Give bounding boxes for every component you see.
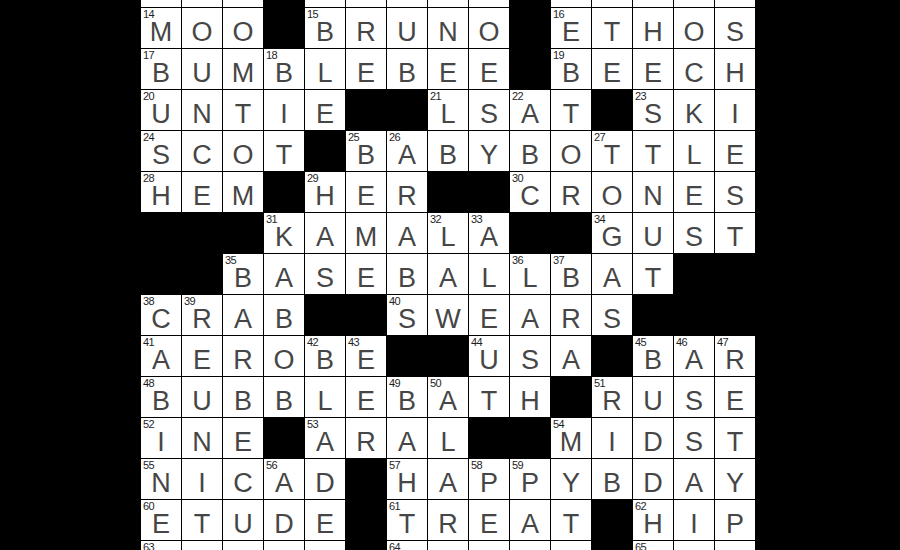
cell-r8c11[interactable]: 37B xyxy=(551,254,591,294)
cell-r9c11[interactable]: R xyxy=(551,295,591,335)
fill-letter: L xyxy=(305,388,345,415)
cell-r11c8[interactable]: 50A xyxy=(428,377,468,417)
cell-r13c1[interactable]: 55N xyxy=(141,459,181,499)
cell-r11c12[interactable]: 51R xyxy=(592,377,632,417)
cell-r2c15[interactable]: S xyxy=(715,8,755,48)
cell-r4c1[interactable]: 20U xyxy=(141,90,181,130)
fill-letter: B xyxy=(264,306,304,333)
cell-r11c5[interactable]: L xyxy=(305,377,345,417)
fill-letter: C xyxy=(223,470,263,497)
cell-r4c14[interactable]: K xyxy=(674,90,714,130)
cell-r5c6[interactable]: 25B xyxy=(346,131,386,171)
fill-letter: N xyxy=(182,429,222,456)
cell-r6c5[interactable]: 29H xyxy=(305,172,345,212)
fill-letter: A xyxy=(469,224,509,251)
black-cell-r14c12 xyxy=(592,500,632,540)
fill-letter: T xyxy=(715,429,755,456)
cell-r12c11[interactable]: 54M xyxy=(551,418,591,458)
fill-letter: T xyxy=(551,511,591,538)
cell-r8c12[interactable]: A xyxy=(592,254,632,294)
fill-letter: M xyxy=(346,224,386,251)
fill-letter: M xyxy=(223,183,263,210)
black-cell-r5c5 xyxy=(305,131,345,171)
cell-r3c14[interactable]: C xyxy=(674,49,714,89)
cell-r9c7[interactable]: 40S xyxy=(387,295,427,335)
fill-letter: A xyxy=(674,470,714,497)
fill-letter: B xyxy=(264,60,304,87)
cell-r5c9[interactable]: Y xyxy=(469,131,509,171)
fill-letter: B xyxy=(510,142,550,169)
cell-r3c11[interactable]: 19B xyxy=(551,49,591,89)
fill-letter: P xyxy=(469,470,509,497)
cell-r7c5[interactable]: A xyxy=(305,213,345,253)
cell-r9c8[interactable]: W xyxy=(428,295,468,335)
black-cell-r6c9 xyxy=(469,172,509,212)
cell-r14c14[interactable]: I xyxy=(674,500,714,540)
cell-r7c7[interactable]: A xyxy=(387,213,427,253)
fill-letter: E xyxy=(305,511,345,538)
cell-r9c9[interactable]: E xyxy=(469,295,509,335)
cell-r6c14[interactable]: E xyxy=(674,172,714,212)
fill-letter: A xyxy=(428,470,468,497)
cell-r1c14[interactable] xyxy=(674,0,714,7)
cell-r9c10[interactable]: A xyxy=(510,295,550,335)
cell-r4c5[interactable]: E xyxy=(305,90,345,130)
cell-r14c7[interactable]: 61T xyxy=(387,500,427,540)
cell-r14c2[interactable]: T xyxy=(182,500,222,540)
fill-letter: T xyxy=(469,388,509,415)
cell-r6c15[interactable]: S xyxy=(715,172,755,212)
fill-letter: B xyxy=(223,265,263,292)
cell-r2c13[interactable]: H xyxy=(633,8,673,48)
fill-letter: B xyxy=(551,60,591,87)
black-cell-r8c14 xyxy=(674,254,714,294)
cell-r9c1[interactable]: 38C xyxy=(141,295,181,335)
cell-r11c14[interactable]: S xyxy=(674,377,714,417)
fill-letter: R xyxy=(346,19,386,46)
cell-r5c1[interactable]: 24S xyxy=(141,131,181,171)
cell-r13c9[interactable]: 58P xyxy=(469,459,509,499)
fill-letter: L xyxy=(428,429,468,456)
cell-r15c7[interactable]: 64 xyxy=(387,541,427,550)
fill-letter: S xyxy=(592,306,632,333)
cell-r2c9[interactable]: O xyxy=(469,8,509,48)
cell-r15c8[interactable] xyxy=(428,541,468,550)
cell-r13c5[interactable]: D xyxy=(305,459,345,499)
cell-r13c12[interactable]: B xyxy=(592,459,632,499)
black-cell-r10c7 xyxy=(387,336,427,376)
cell-r14c8[interactable]: R xyxy=(428,500,468,540)
fill-letter: A xyxy=(592,265,632,292)
cell-r15c10[interactable] xyxy=(510,541,550,550)
cell-r6c10[interactable]: 30C xyxy=(510,172,550,212)
cell-r12c15[interactable]: T xyxy=(715,418,755,458)
fill-letter: E xyxy=(551,19,591,46)
cell-r3c7[interactable]: B xyxy=(387,49,427,89)
fill-letter: E xyxy=(715,388,755,415)
cell-r8c6[interactable]: E xyxy=(346,254,386,294)
cell-r7c4[interactable]: 31K xyxy=(264,213,304,253)
cell-r2c12[interactable]: T xyxy=(592,8,632,48)
cell-r12c8[interactable]: L xyxy=(428,418,468,458)
cell-r11c2[interactable]: U xyxy=(182,377,222,417)
cell-r6c1[interactable]: 28H xyxy=(141,172,181,212)
cell-r11c1[interactable]: 48B xyxy=(141,377,181,417)
cell-r13c11[interactable]: Y xyxy=(551,459,591,499)
cell-r7c13[interactable]: U xyxy=(633,213,673,253)
cell-r15c13[interactable]: 65 xyxy=(633,541,673,550)
cell-r6c6[interactable]: E xyxy=(346,172,386,212)
cell-r4c3[interactable]: T xyxy=(223,90,263,130)
cell-r5c12[interactable]: 27T xyxy=(592,131,632,171)
fill-letter: R xyxy=(387,183,427,210)
fill-letter: E xyxy=(469,511,509,538)
fill-letter: C xyxy=(182,142,222,169)
cell-r4c15[interactable]: I xyxy=(715,90,755,130)
fill-letter: U xyxy=(223,511,263,538)
black-cell-r7c3 xyxy=(223,213,263,253)
cell-r9c4[interactable]: B xyxy=(264,295,304,335)
cell-r1c7[interactable] xyxy=(387,0,427,7)
cell-r5c11[interactable]: O xyxy=(551,131,591,171)
cell-r6c3[interactable]: M xyxy=(223,172,263,212)
cell-r12c3[interactable]: E xyxy=(223,418,263,458)
fill-letter: B xyxy=(387,265,427,292)
black-cell-r12c10 xyxy=(510,418,550,458)
fill-letter: C xyxy=(510,183,550,210)
cell-r7c8[interactable]: 32L xyxy=(428,213,468,253)
fill-letter: K xyxy=(674,101,714,128)
fill-letter: K xyxy=(264,224,304,251)
cell-r12c12[interactable]: I xyxy=(592,418,632,458)
fill-letter: E xyxy=(715,142,755,169)
cell-r3c15[interactable]: H xyxy=(715,49,755,89)
fill-letter: S xyxy=(674,388,714,415)
cell-r3c3[interactable]: M xyxy=(223,49,263,89)
fill-letter: I xyxy=(264,101,304,128)
black-cell-r4c12 xyxy=(592,90,632,130)
cell-r3c13[interactable]: E xyxy=(633,49,673,89)
cell-r14c1[interactable]: 60E xyxy=(141,500,181,540)
cell-r5c7[interactable]: 26A xyxy=(387,131,427,171)
fill-letter: W xyxy=(428,306,468,333)
cell-r15c11[interactable] xyxy=(551,541,591,550)
cell-r10c15[interactable]: 47R xyxy=(715,336,755,376)
cell-r3c2[interactable]: U xyxy=(182,49,222,89)
cell-r12c2[interactable]: N xyxy=(182,418,222,458)
cell-r15c4[interactable] xyxy=(264,541,304,550)
fill-letter: A xyxy=(387,429,427,456)
cell-r4c4[interactable]: I xyxy=(264,90,304,130)
fill-letter: S xyxy=(469,101,509,128)
cell-r2c6[interactable]: R xyxy=(346,8,386,48)
cell-r7c6[interactable]: M xyxy=(346,213,386,253)
fill-letter: L xyxy=(510,265,550,292)
black-cell-r9c5 xyxy=(305,295,345,335)
black-cell-r7c10 xyxy=(510,213,550,253)
fill-letter: A xyxy=(141,347,181,374)
cell-r15c1[interactable]: 63 xyxy=(141,541,181,550)
cell-r7c12[interactable]: 34G xyxy=(592,213,632,253)
cell-r10c11[interactable]: A xyxy=(551,336,591,376)
cell-r1c2[interactable] xyxy=(182,0,222,7)
cell-r12c5[interactable]: 53A xyxy=(305,418,345,458)
fill-letter: N xyxy=(633,183,673,210)
fill-letter: A xyxy=(551,347,591,374)
black-cell-r9c13 xyxy=(633,295,673,335)
fill-letter: E xyxy=(346,388,386,415)
cell-r6c7[interactable]: R xyxy=(387,172,427,212)
cell-r3c6[interactable]: E xyxy=(346,49,386,89)
cell-r10c9[interactable]: 44U xyxy=(469,336,509,376)
fill-letter: U xyxy=(387,19,427,46)
fill-letter: A xyxy=(510,101,550,128)
cell-r14c15[interactable]: P xyxy=(715,500,755,540)
fill-letter: P xyxy=(715,511,755,538)
cell-r10c3[interactable]: R xyxy=(223,336,263,376)
cell-r1c13[interactable] xyxy=(633,0,673,7)
cell-r3c4[interactable]: 18B xyxy=(264,49,304,89)
fill-letter: R xyxy=(551,183,591,210)
fill-letter: S xyxy=(674,429,714,456)
fill-letter: C xyxy=(674,60,714,87)
cell-r12c6[interactable]: R xyxy=(346,418,386,458)
cell-r11c15[interactable]: E xyxy=(715,377,755,417)
cell-r7c15[interactable]: T xyxy=(715,213,755,253)
cell-r3c8[interactable]: E xyxy=(428,49,468,89)
cell-r13c14[interactable]: A xyxy=(674,459,714,499)
fill-letter: E xyxy=(469,306,509,333)
cell-r5c15[interactable]: E xyxy=(715,131,755,171)
fill-letter: L xyxy=(305,60,345,87)
fill-letter: T xyxy=(633,265,673,292)
fill-letter: O xyxy=(674,19,714,46)
cell-r2c2[interactable]: O xyxy=(182,8,222,48)
fill-letter: D xyxy=(633,470,673,497)
cell-r15c14[interactable] xyxy=(674,541,714,550)
fill-letter: S xyxy=(715,183,755,210)
cell-r10c2[interactable]: E xyxy=(182,336,222,376)
cell-r1c1[interactable] xyxy=(141,0,181,7)
fill-letter: E xyxy=(428,60,468,87)
fill-letter: E xyxy=(346,183,386,210)
cell-r14c10[interactable]: A xyxy=(510,500,550,540)
cell-r14c4[interactable]: D xyxy=(264,500,304,540)
fill-letter: U xyxy=(182,388,222,415)
cell-r1c15[interactable] xyxy=(715,0,755,7)
black-cell-r10c12 xyxy=(592,336,632,376)
cell-r9c2[interactable]: 39R xyxy=(182,295,222,335)
cell-r4c9[interactable]: S xyxy=(469,90,509,130)
cell-r1c12[interactable] xyxy=(592,0,632,7)
fill-letter: L xyxy=(428,224,468,251)
cell-r1c8[interactable] xyxy=(428,0,468,7)
fill-letter: A xyxy=(223,306,263,333)
fill-letter: M xyxy=(141,19,181,46)
cell-r13c15[interactable]: Y xyxy=(715,459,755,499)
cell-r5c4[interactable]: T xyxy=(264,131,304,171)
fill-letter: I xyxy=(182,470,222,497)
fill-letter: S xyxy=(141,142,181,169)
fill-letter: A xyxy=(428,265,468,292)
cell-r9c12[interactable]: S xyxy=(592,295,632,335)
cell-r1c5[interactable] xyxy=(305,0,345,7)
fill-letter: N xyxy=(141,470,181,497)
fill-letter: A xyxy=(510,511,550,538)
cell-r8c7[interactable]: B xyxy=(387,254,427,294)
black-cell-r7c2 xyxy=(182,213,222,253)
fill-letter: B xyxy=(223,388,263,415)
cell-r2c1[interactable]: 14M xyxy=(141,8,181,48)
cell-r3c5[interactable]: L xyxy=(305,49,345,89)
cell-r2c3[interactable]: O xyxy=(223,8,263,48)
cell-r11c4[interactable]: B xyxy=(264,377,304,417)
cell-r10c14[interactable]: 46A xyxy=(674,336,714,376)
cell-r1c3[interactable] xyxy=(223,0,263,7)
cell-r8c3[interactable]: 35B xyxy=(223,254,263,294)
fill-letter: N xyxy=(182,101,222,128)
cell-r4c13[interactable]: 23S xyxy=(633,90,673,130)
black-cell-r1c4 xyxy=(264,0,304,7)
cell-r3c1[interactable]: 17B xyxy=(141,49,181,89)
cell-r5c13[interactable]: T xyxy=(633,131,673,171)
fill-letter: S xyxy=(674,224,714,251)
cell-r13c10[interactable]: 59P xyxy=(510,459,550,499)
cell-r13c2[interactable]: I xyxy=(182,459,222,499)
cell-r8c5[interactable]: S xyxy=(305,254,345,294)
cell-r6c2[interactable]: E xyxy=(182,172,222,212)
cell-r5c2[interactable]: C xyxy=(182,131,222,171)
cell-r8c9[interactable]: L xyxy=(469,254,509,294)
cell-r2c7[interactable]: U xyxy=(387,8,427,48)
cell-r2c5[interactable]: 15B xyxy=(305,8,345,48)
cell-r11c13[interactable]: U xyxy=(633,377,673,417)
cell-r11c3[interactable]: B xyxy=(223,377,263,417)
cell-r4c10[interactable]: 22A xyxy=(510,90,550,130)
cell-r4c2[interactable]: N xyxy=(182,90,222,130)
cell-r14c13[interactable]: 62H xyxy=(633,500,673,540)
cell-r5c3[interactable]: O xyxy=(223,131,263,171)
fill-letter: B xyxy=(141,60,181,87)
cell-r13c4[interactable]: 56A xyxy=(264,459,304,499)
cell-r9c3[interactable]: A xyxy=(223,295,263,335)
cell-r12c13[interactable]: D xyxy=(633,418,673,458)
cell-r14c11[interactable]: T xyxy=(551,500,591,540)
fill-letter: A xyxy=(264,470,304,497)
cell-r8c8[interactable]: A xyxy=(428,254,468,294)
cell-r14c9[interactable]: E xyxy=(469,500,509,540)
cell-r5c8[interactable]: B xyxy=(428,131,468,171)
cell-r14c5[interactable]: E xyxy=(305,500,345,540)
cell-r2c14[interactable]: O xyxy=(674,8,714,48)
cell-r6c12[interactable]: O xyxy=(592,172,632,212)
cell-r13c8[interactable]: A xyxy=(428,459,468,499)
black-cell-r9c15 xyxy=(715,295,755,335)
cell-r6c13[interactable]: N xyxy=(633,172,673,212)
clue-number-65: 65 xyxy=(635,541,646,550)
fill-letter: B xyxy=(305,347,345,374)
fill-letter: R xyxy=(223,347,263,374)
cell-r1c11[interactable] xyxy=(551,0,591,7)
fill-letter: A xyxy=(387,142,427,169)
cell-r2c11[interactable]: 16E xyxy=(551,8,591,48)
cell-r11c9[interactable]: T xyxy=(469,377,509,417)
fill-letter: P xyxy=(510,470,550,497)
cell-r8c10[interactable]: 36L xyxy=(510,254,550,294)
cell-r10c5[interactable]: 42B xyxy=(305,336,345,376)
cell-r12c1[interactable]: 52I xyxy=(141,418,181,458)
cell-r10c13[interactable]: 45B xyxy=(633,336,673,376)
fill-letter: U xyxy=(633,224,673,251)
cell-r10c10[interactable]: S xyxy=(510,336,550,376)
cell-r13c7[interactable]: 57H xyxy=(387,459,427,499)
fill-letter: B xyxy=(551,265,591,292)
cell-r1c6[interactable] xyxy=(346,0,386,7)
cell-r15c3[interactable] xyxy=(223,541,263,550)
fill-letter: I xyxy=(715,101,755,128)
cell-r13c13[interactable]: D xyxy=(633,459,673,499)
cell-r12c7[interactable]: A xyxy=(387,418,427,458)
fill-letter: O xyxy=(264,347,304,374)
cell-r8c13[interactable]: T xyxy=(633,254,673,294)
cell-r12c14[interactable]: S xyxy=(674,418,714,458)
cell-r14c3[interactable]: U xyxy=(223,500,263,540)
fill-letter: T xyxy=(551,101,591,128)
fill-letter: O xyxy=(223,19,263,46)
cell-r11c10[interactable]: H xyxy=(510,377,550,417)
cell-r2c8[interactable]: N xyxy=(428,8,468,48)
cell-r10c4[interactable]: O xyxy=(264,336,304,376)
cell-r1c9[interactable] xyxy=(469,0,509,7)
fill-letter: T xyxy=(715,224,755,251)
cell-r11c7[interactable]: 49B xyxy=(387,377,427,417)
fill-letter: S xyxy=(387,306,427,333)
fill-letter: T xyxy=(223,101,263,128)
cell-r6c11[interactable]: R xyxy=(551,172,591,212)
fill-letter: Y xyxy=(469,142,509,169)
cell-r10c1[interactable]: 41A xyxy=(141,336,181,376)
cell-r4c11[interactable]: T xyxy=(551,90,591,130)
cell-r3c9[interactable]: E xyxy=(469,49,509,89)
fill-letter: T xyxy=(264,142,304,169)
fill-letter: E xyxy=(182,347,222,374)
cell-r15c9[interactable] xyxy=(469,541,509,550)
cell-r4c8[interactable]: 21L xyxy=(428,90,468,130)
fill-letter: S xyxy=(633,101,673,128)
black-cell-r15c6 xyxy=(346,541,386,550)
fill-letter: E xyxy=(674,183,714,210)
cell-r15c2[interactable] xyxy=(182,541,222,550)
cell-r15c5[interactable] xyxy=(305,541,345,550)
cell-r7c14[interactable]: S xyxy=(674,213,714,253)
cell-r11c6[interactable]: E xyxy=(346,377,386,417)
fill-letter: S xyxy=(715,19,755,46)
cell-r13c3[interactable]: C xyxy=(223,459,263,499)
cell-r7c9[interactable]: 33A xyxy=(469,213,509,253)
cell-r10c6[interactable]: 43E xyxy=(346,336,386,376)
cell-r8c4[interactable]: A xyxy=(264,254,304,294)
crossword-grid: 14MOO15BRUNO16ETHOS17BUM18BLEBEE19BEECH2… xyxy=(140,0,756,550)
cell-r3c12[interactable]: E xyxy=(592,49,632,89)
cell-r5c14[interactable]: L xyxy=(674,131,714,171)
fill-letter: O xyxy=(223,142,263,169)
cell-r15c15[interactable] xyxy=(715,541,755,550)
fill-letter: A xyxy=(510,306,550,333)
fill-letter: O xyxy=(551,142,591,169)
cell-r5c10[interactable]: B xyxy=(510,131,550,171)
fill-letter: D xyxy=(264,511,304,538)
fill-letter: E xyxy=(346,60,386,87)
